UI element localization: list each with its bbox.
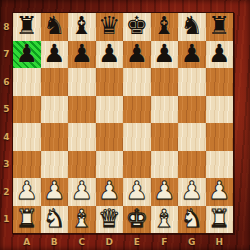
file-label-d: D (96, 233, 124, 250)
square-a4[interactable] (13, 123, 41, 151)
white-pawn[interactable]: ♟ (71, 178, 93, 203)
rank-label-2: 2 (0, 178, 13, 206)
square-f6[interactable] (151, 68, 179, 96)
square-d7[interactable]: ♟ (96, 41, 124, 69)
square-g7[interactable]: ♟ (178, 41, 206, 69)
square-e5[interactable] (123, 96, 151, 124)
square-c8[interactable]: ♝ (68, 13, 96, 41)
black-queen[interactable]: ♛ (98, 13, 120, 38)
square-a1[interactable]: ♜ (13, 206, 41, 234)
white-rook[interactable]: ♜ (16, 206, 38, 231)
square-f4[interactable] (151, 123, 179, 151)
square-c4[interactable] (68, 123, 96, 151)
white-pawn[interactable]: ♟ (181, 178, 203, 203)
black-pawn[interactable]: ♟ (43, 41, 65, 66)
square-g2[interactable]: ♟ (178, 178, 206, 206)
black-king[interactable]: ♚ (126, 13, 148, 38)
square-a7[interactable]: ♟ (13, 41, 41, 69)
black-pawn[interactable]: ♟ (181, 41, 203, 66)
rank-label-4: 4 (0, 123, 13, 151)
square-b3[interactable] (41, 151, 69, 179)
square-g8[interactable]: ♞ (178, 13, 206, 41)
square-f2[interactable]: ♟ (151, 178, 179, 206)
square-e1[interactable]: ♚ (123, 206, 151, 234)
square-b7[interactable]: ♟ (41, 41, 69, 69)
square-g5[interactable] (178, 96, 206, 124)
rank-labels: 87654321 (0, 13, 13, 233)
square-a8[interactable]: ♜ (13, 13, 41, 41)
square-b1[interactable]: ♞ (41, 206, 69, 234)
square-f7[interactable]: ♟ (151, 41, 179, 69)
square-g6[interactable] (178, 68, 206, 96)
rank-label-7: 7 (0, 41, 13, 69)
black-bishop[interactable]: ♝ (153, 13, 175, 38)
square-b8[interactable]: ♞ (41, 13, 69, 41)
square-b6[interactable] (41, 68, 69, 96)
white-knight[interactable]: ♞ (181, 206, 203, 231)
square-d4[interactable] (96, 123, 124, 151)
chess-app: 87654321 ABCDEFGH ♜♞♝♛♚♝♞♜♟♟♟♟♟♟♟♟♟♟♟♟♟♟… (0, 0, 250, 250)
file-label-e: E (123, 233, 151, 250)
square-e4[interactable] (123, 123, 151, 151)
file-label-f: F (151, 233, 179, 250)
square-d6[interactable] (96, 68, 124, 96)
square-h2[interactable]: ♟ (206, 178, 234, 206)
white-bishop[interactable]: ♝ (71, 206, 93, 231)
square-a6[interactable] (13, 68, 41, 96)
white-pawn[interactable]: ♟ (16, 178, 38, 203)
square-b5[interactable] (41, 96, 69, 124)
square-e3[interactable] (123, 151, 151, 179)
black-pawn[interactable]: ♟ (126, 41, 148, 66)
square-h3[interactable] (206, 151, 234, 179)
square-c6[interactable] (68, 68, 96, 96)
black-pawn[interactable]: ♟ (16, 41, 38, 66)
file-label-h: H (206, 233, 234, 250)
square-c3[interactable] (68, 151, 96, 179)
square-a5[interactable] (13, 96, 41, 124)
square-g3[interactable] (178, 151, 206, 179)
white-knight[interactable]: ♞ (43, 206, 65, 231)
square-e8[interactable]: ♚ (123, 13, 151, 41)
rank-label-6: 6 (0, 68, 13, 96)
square-f1[interactable]: ♝ (151, 206, 179, 234)
square-f5[interactable] (151, 96, 179, 124)
white-pawn[interactable]: ♟ (43, 178, 65, 203)
black-knight[interactable]: ♞ (181, 13, 203, 38)
file-label-c: C (68, 233, 96, 250)
square-h5[interactable] (206, 96, 234, 124)
black-bishop[interactable]: ♝ (71, 13, 93, 38)
white-rook[interactable]: ♜ (208, 206, 230, 231)
square-d3[interactable] (96, 151, 124, 179)
white-pawn[interactable]: ♟ (98, 178, 120, 203)
black-knight[interactable]: ♞ (43, 13, 65, 38)
square-b2[interactable]: ♟ (41, 178, 69, 206)
square-c7[interactable]: ♟ (68, 41, 96, 69)
square-c5[interactable] (68, 96, 96, 124)
square-a3[interactable] (13, 151, 41, 179)
white-bishop[interactable]: ♝ (153, 206, 175, 231)
square-h4[interactable] (206, 123, 234, 151)
white-pawn[interactable]: ♟ (153, 178, 175, 203)
file-label-b: B (41, 233, 69, 250)
square-h8[interactable]: ♜ (206, 13, 234, 41)
rank-label-1: 1 (0, 206, 13, 234)
black-pawn[interactable]: ♟ (208, 41, 230, 66)
chess-board: ♜♞♝♛♚♝♞♜♟♟♟♟♟♟♟♟♟♟♟♟♟♟♟♟♜♞♝♛♚♝♞♜ (13, 13, 233, 233)
rank-label-5: 5 (0, 96, 13, 124)
square-c1[interactable]: ♝ (68, 206, 96, 234)
square-d2[interactable]: ♟ (96, 178, 124, 206)
square-f3[interactable] (151, 151, 179, 179)
square-g4[interactable] (178, 123, 206, 151)
square-f8[interactable]: ♝ (151, 13, 179, 41)
white-king[interactable]: ♚ (126, 206, 148, 231)
square-g1[interactable]: ♞ (178, 206, 206, 234)
square-d1[interactable]: ♛ (96, 206, 124, 234)
square-h1[interactable]: ♜ (206, 206, 234, 234)
file-label-g: G (178, 233, 206, 250)
square-c2[interactable]: ♟ (68, 178, 96, 206)
black-pawn[interactable]: ♟ (98, 41, 120, 66)
square-a2[interactable]: ♟ (13, 178, 41, 206)
black-rook[interactable]: ♜ (208, 13, 230, 38)
white-queen[interactable]: ♛ (98, 206, 120, 231)
black-pawn[interactable]: ♟ (153, 41, 175, 66)
square-d8[interactable]: ♛ (96, 13, 124, 41)
square-h6[interactable] (206, 68, 234, 96)
rank-label-8: 8 (0, 13, 13, 41)
white-pawn[interactable]: ♟ (126, 178, 148, 203)
square-h7[interactable]: ♟ (206, 41, 234, 69)
white-pawn[interactable]: ♟ (208, 178, 230, 203)
file-label-a: A (13, 233, 41, 250)
square-d5[interactable] (96, 96, 124, 124)
black-rook[interactable]: ♜ (16, 13, 38, 38)
square-e2[interactable]: ♟ (123, 178, 151, 206)
square-e6[interactable] (123, 68, 151, 96)
black-pawn[interactable]: ♟ (71, 41, 93, 66)
square-e7[interactable]: ♟ (123, 41, 151, 69)
file-labels: ABCDEFGH (13, 233, 233, 250)
square-b4[interactable] (41, 123, 69, 151)
rank-label-3: 3 (0, 151, 13, 179)
